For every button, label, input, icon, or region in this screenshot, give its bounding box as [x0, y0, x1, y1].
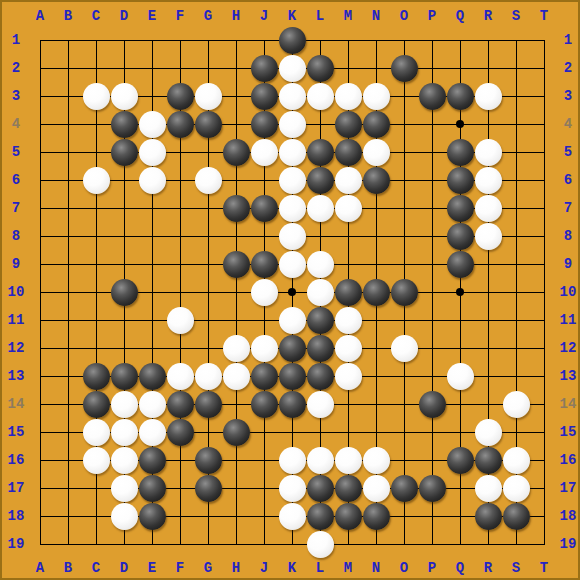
intersection-F19[interactable] — [166, 530, 194, 558]
intersection-E3[interactable] — [138, 82, 166, 110]
intersection-P12[interactable] — [418, 334, 446, 362]
intersection-S3[interactable] — [502, 82, 530, 110]
intersection-B3[interactable] — [54, 82, 82, 110]
intersection-H4[interactable] — [222, 110, 250, 138]
intersection-R4[interactable] — [474, 110, 502, 138]
intersection-T4[interactable] — [530, 110, 558, 138]
intersection-K9[interactable] — [278, 250, 306, 278]
intersection-D6[interactable] — [110, 166, 138, 194]
intersection-H7[interactable] — [222, 194, 250, 222]
intersection-M12[interactable] — [334, 334, 362, 362]
intersection-R13[interactable] — [474, 362, 502, 390]
intersection-P18[interactable] — [418, 502, 446, 530]
intersection-Q10[interactable] — [446, 278, 474, 306]
intersection-T12[interactable] — [530, 334, 558, 362]
intersection-N14[interactable] — [362, 390, 390, 418]
intersection-G1[interactable] — [194, 26, 222, 54]
intersection-M7[interactable] — [334, 194, 362, 222]
intersection-T1[interactable] — [530, 26, 558, 54]
intersection-C5[interactable] — [82, 138, 110, 166]
intersection-C9[interactable] — [82, 250, 110, 278]
intersection-S10[interactable] — [502, 278, 530, 306]
intersection-G19[interactable] — [194, 530, 222, 558]
intersection-R3[interactable] — [474, 82, 502, 110]
intersection-D13[interactable] — [110, 362, 138, 390]
intersection-T8[interactable] — [530, 222, 558, 250]
intersection-G18[interactable] — [194, 502, 222, 530]
intersection-L16[interactable] — [306, 446, 334, 474]
intersection-O8[interactable] — [390, 222, 418, 250]
intersection-K10[interactable] — [278, 278, 306, 306]
intersection-R10[interactable] — [474, 278, 502, 306]
intersection-Q19[interactable] — [446, 530, 474, 558]
intersection-G13[interactable] — [194, 362, 222, 390]
intersection-A4[interactable] — [26, 110, 54, 138]
intersection-C15[interactable] — [82, 418, 110, 446]
intersection-B1[interactable] — [54, 26, 82, 54]
intersection-K6[interactable] — [278, 166, 306, 194]
intersection-S11[interactable] — [502, 306, 530, 334]
intersection-C4[interactable] — [82, 110, 110, 138]
intersection-O12[interactable] — [390, 334, 418, 362]
intersection-D11[interactable] — [110, 306, 138, 334]
intersection-E15[interactable] — [138, 418, 166, 446]
intersection-L18[interactable] — [306, 502, 334, 530]
intersection-D7[interactable] — [110, 194, 138, 222]
intersection-B2[interactable] — [54, 54, 82, 82]
intersection-B7[interactable] — [54, 194, 82, 222]
intersection-K18[interactable] — [278, 502, 306, 530]
intersection-C18[interactable] — [82, 502, 110, 530]
intersection-N2[interactable] — [362, 54, 390, 82]
intersection-G16[interactable] — [194, 446, 222, 474]
intersection-B11[interactable] — [54, 306, 82, 334]
intersection-Q8[interactable] — [446, 222, 474, 250]
intersection-O11[interactable] — [390, 306, 418, 334]
intersection-D15[interactable] — [110, 418, 138, 446]
intersection-K2[interactable] — [278, 54, 306, 82]
intersection-L13[interactable] — [306, 362, 334, 390]
intersection-L3[interactable] — [306, 82, 334, 110]
intersection-A6[interactable] — [26, 166, 54, 194]
intersection-R17[interactable] — [474, 474, 502, 502]
intersection-H19[interactable] — [222, 530, 250, 558]
intersection-S2[interactable] — [502, 54, 530, 82]
intersection-T16[interactable] — [530, 446, 558, 474]
intersection-M2[interactable] — [334, 54, 362, 82]
intersection-G7[interactable] — [194, 194, 222, 222]
intersection-G10[interactable] — [194, 278, 222, 306]
intersection-J13[interactable] — [250, 362, 278, 390]
intersection-F16[interactable] — [166, 446, 194, 474]
intersection-P16[interactable] — [418, 446, 446, 474]
intersection-N7[interactable] — [362, 194, 390, 222]
intersection-N19[interactable] — [362, 530, 390, 558]
intersection-S5[interactable] — [502, 138, 530, 166]
intersection-M18[interactable] — [334, 502, 362, 530]
intersection-A11[interactable] — [26, 306, 54, 334]
intersection-F13[interactable] — [166, 362, 194, 390]
intersection-N11[interactable] — [362, 306, 390, 334]
intersection-H10[interactable] — [222, 278, 250, 306]
intersection-G8[interactable] — [194, 222, 222, 250]
intersection-L7[interactable] — [306, 194, 334, 222]
intersection-E18[interactable] — [138, 502, 166, 530]
intersection-O7[interactable] — [390, 194, 418, 222]
intersection-F12[interactable] — [166, 334, 194, 362]
intersection-D1[interactable] — [110, 26, 138, 54]
intersection-Q14[interactable] — [446, 390, 474, 418]
intersection-C17[interactable] — [82, 474, 110, 502]
intersection-E4[interactable] — [138, 110, 166, 138]
intersection-L19[interactable] — [306, 530, 334, 558]
intersection-Q1[interactable] — [446, 26, 474, 54]
intersection-A7[interactable] — [26, 194, 54, 222]
intersection-C10[interactable] — [82, 278, 110, 306]
intersection-B10[interactable] — [54, 278, 82, 306]
intersection-L2[interactable] — [306, 54, 334, 82]
intersection-A1[interactable] — [26, 26, 54, 54]
intersection-H13[interactable] — [222, 362, 250, 390]
intersection-P4[interactable] — [418, 110, 446, 138]
intersection-N9[interactable] — [362, 250, 390, 278]
intersection-M11[interactable] — [334, 306, 362, 334]
intersection-P17[interactable] — [418, 474, 446, 502]
intersection-L10[interactable] — [306, 278, 334, 306]
intersection-F17[interactable] — [166, 474, 194, 502]
intersection-J8[interactable] — [250, 222, 278, 250]
intersection-T2[interactable] — [530, 54, 558, 82]
intersection-R18[interactable] — [474, 502, 502, 530]
intersection-E9[interactable] — [138, 250, 166, 278]
intersection-B9[interactable] — [54, 250, 82, 278]
intersection-R12[interactable] — [474, 334, 502, 362]
intersection-R5[interactable] — [474, 138, 502, 166]
intersection-G2[interactable] — [194, 54, 222, 82]
intersection-H6[interactable] — [222, 166, 250, 194]
intersection-K5[interactable] — [278, 138, 306, 166]
intersection-R7[interactable] — [474, 194, 502, 222]
intersection-O5[interactable] — [390, 138, 418, 166]
intersection-A15[interactable] — [26, 418, 54, 446]
intersection-O9[interactable] — [390, 250, 418, 278]
intersection-C2[interactable] — [82, 54, 110, 82]
intersection-H8[interactable] — [222, 222, 250, 250]
intersection-P13[interactable] — [418, 362, 446, 390]
intersection-S8[interactable] — [502, 222, 530, 250]
intersection-J14[interactable] — [250, 390, 278, 418]
intersection-F14[interactable] — [166, 390, 194, 418]
intersection-L11[interactable] — [306, 306, 334, 334]
intersection-B19[interactable] — [54, 530, 82, 558]
intersection-A10[interactable] — [26, 278, 54, 306]
intersection-T9[interactable] — [530, 250, 558, 278]
intersection-N17[interactable] — [362, 474, 390, 502]
intersection-E10[interactable] — [138, 278, 166, 306]
intersection-Q17[interactable] — [446, 474, 474, 502]
intersection-E14[interactable] — [138, 390, 166, 418]
intersection-E13[interactable] — [138, 362, 166, 390]
intersection-B15[interactable] — [54, 418, 82, 446]
intersection-A16[interactable] — [26, 446, 54, 474]
intersection-G15[interactable] — [194, 418, 222, 446]
intersection-S12[interactable] — [502, 334, 530, 362]
intersection-L9[interactable] — [306, 250, 334, 278]
intersection-J19[interactable] — [250, 530, 278, 558]
intersection-O15[interactable] — [390, 418, 418, 446]
intersection-G11[interactable] — [194, 306, 222, 334]
intersection-K16[interactable] — [278, 446, 306, 474]
intersection-A17[interactable] — [26, 474, 54, 502]
intersection-F18[interactable] — [166, 502, 194, 530]
intersection-J16[interactable] — [250, 446, 278, 474]
intersection-Q9[interactable] — [446, 250, 474, 278]
intersection-K4[interactable] — [278, 110, 306, 138]
intersection-M3[interactable] — [334, 82, 362, 110]
intersection-K14[interactable] — [278, 390, 306, 418]
intersection-O17[interactable] — [390, 474, 418, 502]
intersection-B18[interactable] — [54, 502, 82, 530]
intersection-S17[interactable] — [502, 474, 530, 502]
intersection-N10[interactable] — [362, 278, 390, 306]
intersection-G3[interactable] — [194, 82, 222, 110]
intersection-G12[interactable] — [194, 334, 222, 362]
intersection-C19[interactable] — [82, 530, 110, 558]
intersection-L5[interactable] — [306, 138, 334, 166]
intersection-E6[interactable] — [138, 166, 166, 194]
intersection-J6[interactable] — [250, 166, 278, 194]
intersection-S16[interactable] — [502, 446, 530, 474]
intersection-O4[interactable] — [390, 110, 418, 138]
intersection-J3[interactable] — [250, 82, 278, 110]
intersection-T7[interactable] — [530, 194, 558, 222]
intersection-F3[interactable] — [166, 82, 194, 110]
intersection-H14[interactable] — [222, 390, 250, 418]
intersection-O3[interactable] — [390, 82, 418, 110]
intersection-M13[interactable] — [334, 362, 362, 390]
intersection-P1[interactable] — [418, 26, 446, 54]
intersection-A13[interactable] — [26, 362, 54, 390]
intersection-P2[interactable] — [418, 54, 446, 82]
intersection-M8[interactable] — [334, 222, 362, 250]
intersection-A5[interactable] — [26, 138, 54, 166]
intersection-E5[interactable] — [138, 138, 166, 166]
intersection-F4[interactable] — [166, 110, 194, 138]
intersection-P11[interactable] — [418, 306, 446, 334]
intersection-O19[interactable] — [390, 530, 418, 558]
intersection-O16[interactable] — [390, 446, 418, 474]
intersection-K3[interactable] — [278, 82, 306, 110]
intersection-P8[interactable] — [418, 222, 446, 250]
intersection-Q12[interactable] — [446, 334, 474, 362]
intersection-B4[interactable] — [54, 110, 82, 138]
intersection-L8[interactable] — [306, 222, 334, 250]
intersection-D14[interactable] — [110, 390, 138, 418]
intersection-S9[interactable] — [502, 250, 530, 278]
intersection-L14[interactable] — [306, 390, 334, 418]
intersection-D18[interactable] — [110, 502, 138, 530]
intersection-H5[interactable] — [222, 138, 250, 166]
intersection-P9[interactable] — [418, 250, 446, 278]
intersection-K7[interactable] — [278, 194, 306, 222]
intersection-G17[interactable] — [194, 474, 222, 502]
intersection-E2[interactable] — [138, 54, 166, 82]
intersection-F9[interactable] — [166, 250, 194, 278]
intersection-R8[interactable] — [474, 222, 502, 250]
intersection-T17[interactable] — [530, 474, 558, 502]
intersection-F1[interactable] — [166, 26, 194, 54]
intersection-C3[interactable] — [82, 82, 110, 110]
intersection-R15[interactable] — [474, 418, 502, 446]
intersection-Q15[interactable] — [446, 418, 474, 446]
intersection-C12[interactable] — [82, 334, 110, 362]
intersection-J15[interactable] — [250, 418, 278, 446]
intersection-A2[interactable] — [26, 54, 54, 82]
intersection-L12[interactable] — [306, 334, 334, 362]
intersection-T15[interactable] — [530, 418, 558, 446]
intersection-F15[interactable] — [166, 418, 194, 446]
intersection-C1[interactable] — [82, 26, 110, 54]
intersection-O18[interactable] — [390, 502, 418, 530]
intersection-T6[interactable] — [530, 166, 558, 194]
intersection-R11[interactable] — [474, 306, 502, 334]
intersection-P6[interactable] — [418, 166, 446, 194]
intersection-G5[interactable] — [194, 138, 222, 166]
intersection-O13[interactable] — [390, 362, 418, 390]
intersection-R2[interactable] — [474, 54, 502, 82]
intersection-A8[interactable] — [26, 222, 54, 250]
intersection-Q2[interactable] — [446, 54, 474, 82]
intersection-F8[interactable] — [166, 222, 194, 250]
intersection-P15[interactable] — [418, 418, 446, 446]
intersection-T19[interactable] — [530, 530, 558, 558]
intersection-S6[interactable] — [502, 166, 530, 194]
intersection-G4[interactable] — [194, 110, 222, 138]
intersection-Q7[interactable] — [446, 194, 474, 222]
intersection-N15[interactable] — [362, 418, 390, 446]
intersection-J11[interactable] — [250, 306, 278, 334]
intersection-A9[interactable] — [26, 250, 54, 278]
intersection-O1[interactable] — [390, 26, 418, 54]
intersection-B12[interactable] — [54, 334, 82, 362]
intersection-H17[interactable] — [222, 474, 250, 502]
intersection-B17[interactable] — [54, 474, 82, 502]
intersection-A12[interactable] — [26, 334, 54, 362]
intersection-M5[interactable] — [334, 138, 362, 166]
intersection-H1[interactable] — [222, 26, 250, 54]
intersection-C6[interactable] — [82, 166, 110, 194]
intersection-J5[interactable] — [250, 138, 278, 166]
intersection-K12[interactable] — [278, 334, 306, 362]
intersection-E1[interactable] — [138, 26, 166, 54]
intersection-M17[interactable] — [334, 474, 362, 502]
intersection-L15[interactable] — [306, 418, 334, 446]
intersection-N1[interactable] — [362, 26, 390, 54]
intersection-R14[interactable] — [474, 390, 502, 418]
intersection-T5[interactable] — [530, 138, 558, 166]
intersection-M9[interactable] — [334, 250, 362, 278]
intersection-T14[interactable] — [530, 390, 558, 418]
intersection-M14[interactable] — [334, 390, 362, 418]
intersection-R16[interactable] — [474, 446, 502, 474]
intersection-D8[interactable] — [110, 222, 138, 250]
intersection-P10[interactable] — [418, 278, 446, 306]
intersection-N13[interactable] — [362, 362, 390, 390]
intersection-D4[interactable] — [110, 110, 138, 138]
intersection-H9[interactable] — [222, 250, 250, 278]
intersection-O14[interactable] — [390, 390, 418, 418]
intersection-F11[interactable] — [166, 306, 194, 334]
intersection-Q13[interactable] — [446, 362, 474, 390]
intersection-O10[interactable] — [390, 278, 418, 306]
intersection-N18[interactable] — [362, 502, 390, 530]
intersection-K1[interactable] — [278, 26, 306, 54]
intersection-D9[interactable] — [110, 250, 138, 278]
intersection-J17[interactable] — [250, 474, 278, 502]
intersection-M15[interactable] — [334, 418, 362, 446]
intersection-F5[interactable] — [166, 138, 194, 166]
intersection-B16[interactable] — [54, 446, 82, 474]
intersection-J7[interactable] — [250, 194, 278, 222]
intersection-E19[interactable] — [138, 530, 166, 558]
intersection-A19[interactable] — [26, 530, 54, 558]
intersection-L17[interactable] — [306, 474, 334, 502]
intersection-L4[interactable] — [306, 110, 334, 138]
intersection-L1[interactable] — [306, 26, 334, 54]
intersection-H18[interactable] — [222, 502, 250, 530]
intersection-C11[interactable] — [82, 306, 110, 334]
intersection-S18[interactable] — [502, 502, 530, 530]
intersection-N6[interactable] — [362, 166, 390, 194]
intersection-K17[interactable] — [278, 474, 306, 502]
intersection-O6[interactable] — [390, 166, 418, 194]
intersection-E11[interactable] — [138, 306, 166, 334]
intersection-S14[interactable] — [502, 390, 530, 418]
intersection-N4[interactable] — [362, 110, 390, 138]
intersection-M6[interactable] — [334, 166, 362, 194]
intersection-Q3[interactable] — [446, 82, 474, 110]
intersection-S19[interactable] — [502, 530, 530, 558]
intersection-P7[interactable] — [418, 194, 446, 222]
intersection-Q4[interactable] — [446, 110, 474, 138]
intersection-P5[interactable] — [418, 138, 446, 166]
intersection-L6[interactable] — [306, 166, 334, 194]
intersection-G14[interactable] — [194, 390, 222, 418]
intersection-S7[interactable] — [502, 194, 530, 222]
intersection-P3[interactable] — [418, 82, 446, 110]
intersection-J1[interactable] — [250, 26, 278, 54]
intersection-S4[interactable] — [502, 110, 530, 138]
intersection-P14[interactable] — [418, 390, 446, 418]
intersection-F10[interactable] — [166, 278, 194, 306]
intersection-S13[interactable] — [502, 362, 530, 390]
intersection-E8[interactable] — [138, 222, 166, 250]
intersection-N5[interactable] — [362, 138, 390, 166]
intersection-H12[interactable] — [222, 334, 250, 362]
intersection-C13[interactable] — [82, 362, 110, 390]
intersection-J10[interactable] — [250, 278, 278, 306]
intersection-Q5[interactable] — [446, 138, 474, 166]
intersection-M1[interactable] — [334, 26, 362, 54]
intersection-J18[interactable] — [250, 502, 278, 530]
intersection-T10[interactable] — [530, 278, 558, 306]
intersection-K13[interactable] — [278, 362, 306, 390]
intersection-A3[interactable] — [26, 82, 54, 110]
intersection-N16[interactable] — [362, 446, 390, 474]
intersection-K11[interactable] — [278, 306, 306, 334]
intersection-B8[interactable] — [54, 222, 82, 250]
intersection-K15[interactable] — [278, 418, 306, 446]
